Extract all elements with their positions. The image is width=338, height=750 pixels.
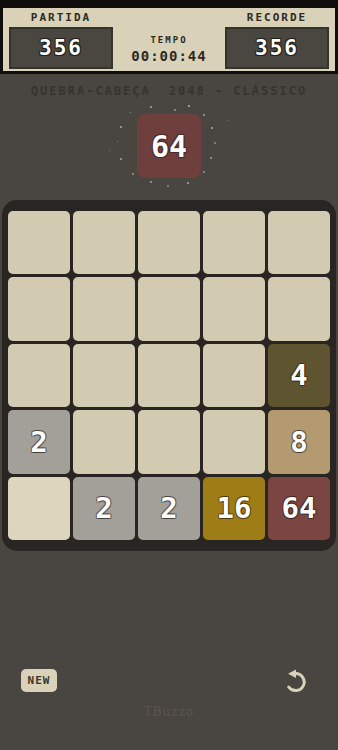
cell-r3c3-empty — [138, 344, 200, 407]
cell-r5c4-tile-16: 16 — [203, 477, 265, 540]
cell-r3c4-empty — [203, 344, 265, 407]
cell-r5c1-empty — [8, 477, 70, 540]
cell-r5c2-tile-2: 2 — [73, 477, 135, 540]
particle-dot — [117, 141, 118, 142]
record-label: RECORDE — [247, 11, 307, 24]
header-bar: PARTIDA 356 TEMPO 00:00:44 RECORDE 356 — [0, 0, 338, 74]
cell-r3c1-empty — [8, 344, 70, 407]
cell-r1c3-empty — [138, 211, 200, 274]
watermark: TBuzzo — [0, 705, 338, 719]
undo-icon — [283, 681, 310, 696]
cell-r5c3-tile-2: 2 — [138, 477, 200, 540]
particle-dot — [150, 181, 152, 183]
score-label: PARTIDA — [31, 11, 91, 24]
particle-dot — [132, 173, 134, 175]
record-value-box: 356 — [225, 27, 329, 69]
cell-r1c2-empty — [73, 211, 135, 274]
cell-r4c1-tile-2: 2 — [8, 410, 70, 473]
cell-r3c2-empty — [73, 344, 135, 407]
cell-r2c1-empty — [8, 277, 70, 340]
time-value: 00:00:44 — [131, 48, 206, 64]
cell-r5c5-tile-64: 64 — [268, 477, 330, 540]
particle-dot — [167, 185, 169, 187]
particle-dot — [203, 114, 205, 116]
subtitle-mode: QUEBRA-CABEÇA — [31, 84, 151, 98]
cell-r2c5-empty — [268, 277, 330, 340]
particle-dot — [120, 158, 122, 160]
cell-r2c3-empty — [138, 277, 200, 340]
header-panel: PARTIDA 356 TEMPO 00:00:44 RECORDE 356 — [3, 8, 335, 71]
particle-dot — [109, 150, 110, 151]
particle-dot — [227, 120, 228, 121]
time-label: TEMPO — [150, 35, 187, 45]
score-value: 356 — [39, 36, 83, 60]
score-section: PARTIDA 356 — [3, 8, 119, 71]
cell-r1c4-empty — [203, 211, 265, 274]
particle-dot — [210, 157, 212, 159]
cell-r1c5-empty — [268, 211, 330, 274]
cell-r1c1-empty — [8, 211, 70, 274]
particle-dot — [211, 127, 213, 129]
cell-r2c4-empty — [203, 277, 265, 340]
particle-dot — [187, 182, 189, 184]
particle-dot — [150, 106, 152, 108]
record-value: 356 — [255, 36, 299, 60]
particle-dot — [120, 126, 122, 128]
cell-r3c5-tile-4: 4 — [268, 344, 330, 407]
particle-dot — [188, 105, 190, 107]
highest-tile-value: 64 — [151, 129, 187, 164]
particle-dot — [174, 109, 176, 111]
cell-r4c2-empty — [73, 410, 135, 473]
subtitle-variant: 2048 - CLÁSSICO — [169, 84, 307, 98]
score-value-box: 356 — [9, 27, 113, 69]
board-grid[interactable]: 428221664 — [2, 200, 336, 551]
particle-dot — [203, 171, 205, 173]
game-subtitle: QUEBRA-CABEÇA2048 - CLÁSSICO — [0, 84, 338, 98]
record-section: RECORDE 356 — [219, 8, 335, 71]
new-game-button[interactable]: NEW — [21, 669, 57, 692]
particle-dot — [130, 112, 131, 113]
cell-r4c5-tile-8: 8 — [268, 410, 330, 473]
cell-r4c3-empty — [138, 410, 200, 473]
particle-dot — [214, 142, 216, 144]
new-game-label: NEW — [28, 674, 51, 687]
highest-tile-preview: 64 — [137, 114, 201, 178]
undo-button[interactable] — [283, 669, 310, 693]
app-screen: PARTIDA 356 TEMPO 00:00:44 RECORDE 356 Q… — [0, 0, 338, 750]
cell-r2c2-empty — [73, 277, 135, 340]
time-section: TEMPO 00:00:44 — [119, 8, 219, 71]
cell-r4c4-empty — [203, 410, 265, 473]
